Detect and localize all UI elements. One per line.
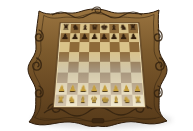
square-h3[interactable] [131, 72, 142, 83]
square-f2[interactable]: ♟ [110, 83, 121, 94]
piece-white-rook[interactable]: ♜ [57, 96, 66, 104]
piece-white-pawn[interactable]: ♟ [112, 85, 120, 93]
square-h1[interactable]: ♜ [132, 94, 144, 106]
piece-white-king[interactable]: ♚ [101, 96, 109, 104]
square-a5[interactable] [59, 52, 70, 62]
square-h2[interactable]: ♟ [131, 83, 143, 94]
piece-black-bishop[interactable]: ♝ [81, 24, 89, 31]
square-e7[interactable]: ♟ [100, 33, 110, 42]
piece-black-pawn[interactable]: ♟ [129, 33, 137, 40]
square-b4[interactable] [68, 62, 79, 72]
piece-black-pawn[interactable]: ♟ [61, 33, 69, 40]
square-g2[interactable]: ♟ [121, 83, 132, 94]
piece-white-bishop[interactable]: ♝ [79, 96, 87, 104]
piece-black-knight[interactable]: ♞ [72, 24, 80, 31]
square-c5[interactable] [79, 52, 89, 62]
square-f6[interactable] [109, 42, 119, 52]
piece-black-knight[interactable]: ♞ [119, 24, 127, 31]
piece-white-pawn[interactable]: ♟ [90, 85, 98, 93]
piece-black-pawn[interactable]: ♟ [120, 33, 128, 40]
piece-black-pawn[interactable]: ♟ [91, 33, 99, 40]
square-g6[interactable] [119, 42, 129, 52]
square-h4[interactable] [130, 62, 141, 72]
piece-white-knight[interactable]: ♞ [68, 96, 76, 104]
square-d6[interactable] [89, 42, 99, 52]
square-c6[interactable] [79, 42, 89, 52]
square-g5[interactable] [120, 52, 131, 62]
piece-black-rook[interactable]: ♜ [129, 24, 137, 31]
square-g4[interactable] [120, 62, 131, 72]
square-a3[interactable] [57, 72, 68, 83]
square-h6[interactable] [129, 42, 140, 52]
square-f4[interactable] [110, 62, 121, 72]
product-photo-canvas: ♜♞♝♛♚♝♞♜♟♟♟♟♟♟♟♟♟♟♟♟♟♟♟♟♜♞♝♛♚♝♞♜ [0, 0, 193, 131]
square-h7[interactable]: ♟ [129, 33, 139, 42]
piece-black-queen[interactable]: ♛ [91, 24, 99, 31]
piece-white-pawn[interactable]: ♟ [101, 85, 109, 93]
piece-black-bishop[interactable]: ♝ [110, 24, 118, 31]
square-b7[interactable]: ♟ [70, 33, 80, 42]
square-d5[interactable] [89, 52, 99, 62]
piece-black-king[interactable]: ♚ [100, 24, 108, 31]
square-c7[interactable]: ♟ [80, 33, 90, 42]
square-d4[interactable] [89, 62, 99, 72]
piece-black-pawn[interactable]: ♟ [81, 33, 89, 40]
square-g3[interactable] [120, 72, 131, 83]
square-a7[interactable]: ♟ [60, 33, 70, 42]
square-e6[interactable] [100, 42, 110, 52]
square-b3[interactable] [68, 72, 79, 83]
square-e5[interactable] [100, 52, 110, 62]
piece-black-pawn[interactable]: ♟ [110, 33, 118, 40]
piece-black-pawn[interactable]: ♟ [71, 33, 79, 40]
square-b5[interactable] [69, 52, 80, 62]
square-e3[interactable] [100, 72, 111, 83]
square-g7[interactable]: ♟ [119, 33, 129, 42]
square-c4[interactable] [79, 62, 90, 72]
square-a1[interactable]: ♜ [55, 94, 67, 106]
piece-black-rook[interactable]: ♜ [62, 24, 70, 31]
square-d3[interactable] [89, 72, 100, 83]
square-b1[interactable]: ♞ [66, 94, 78, 106]
square-e4[interactable] [100, 62, 110, 72]
square-d1[interactable]: ♛ [88, 94, 99, 106]
square-a6[interactable] [59, 42, 70, 52]
square-c1[interactable]: ♝ [77, 94, 88, 106]
square-f7[interactable]: ♟ [109, 33, 119, 42]
clasp [92, 119, 104, 124]
piece-white-knight[interactable]: ♞ [123, 96, 131, 104]
chess-board: ♜♞♝♛♚♝♞♜♟♟♟♟♟♟♟♟♟♟♟♟♟♟♟♟♜♞♝♛♚♝♞♜ [55, 24, 144, 106]
square-b2[interactable]: ♟ [67, 83, 78, 94]
piece-white-rook[interactable]: ♜ [134, 96, 143, 104]
piece-white-pawn[interactable]: ♟ [79, 85, 87, 93]
chess-board-grid: ♜♞♝♛♚♝♞♜♟♟♟♟♟♟♟♟♟♟♟♟♟♟♟♟♜♞♝♛♚♝♞♜ [55, 24, 144, 106]
square-a2[interactable]: ♟ [56, 83, 68, 94]
square-d2[interactable]: ♟ [89, 83, 100, 94]
square-h5[interactable] [130, 52, 141, 62]
piece-white-bishop[interactable]: ♝ [112, 96, 120, 104]
square-c2[interactable]: ♟ [78, 83, 89, 94]
square-f1[interactable]: ♝ [110, 94, 121, 106]
piece-white-pawn[interactable]: ♟ [133, 85, 141, 93]
square-g1[interactable]: ♞ [121, 94, 133, 106]
square-b6[interactable] [69, 42, 79, 52]
square-e1[interactable]: ♚ [100, 94, 111, 106]
square-a4[interactable] [58, 62, 69, 72]
piece-white-pawn[interactable]: ♟ [68, 85, 76, 93]
piece-white-pawn[interactable]: ♟ [58, 85, 66, 93]
piece-black-pawn[interactable]: ♟ [100, 33, 108, 40]
square-d7[interactable]: ♟ [90, 33, 100, 42]
square-f3[interactable] [110, 72, 121, 83]
square-e2[interactable]: ♟ [100, 83, 111, 94]
piece-white-queen[interactable]: ♛ [90, 96, 98, 104]
square-c3[interactable] [78, 72, 89, 83]
square-f5[interactable] [110, 52, 120, 62]
piece-white-pawn[interactable]: ♟ [122, 85, 130, 93]
